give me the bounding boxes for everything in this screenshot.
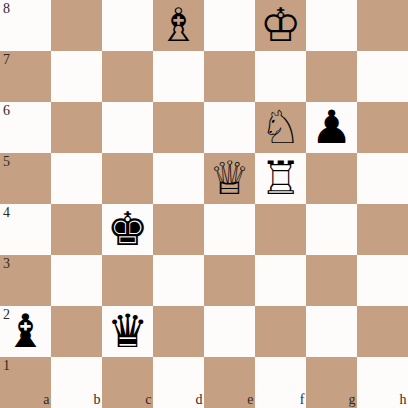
square-e1[interactable]: e xyxy=(204,357,255,408)
square-e6[interactable] xyxy=(204,102,255,153)
rank-label-1: 1 xyxy=(3,359,10,373)
rank-label-5: 5 xyxy=(3,155,10,169)
rank-label-8: 8 xyxy=(3,2,10,16)
square-e8[interactable] xyxy=(204,0,255,51)
square-d3[interactable] xyxy=(153,255,204,306)
square-d8[interactable]: ♗ xyxy=(153,0,204,51)
square-d2[interactable] xyxy=(153,306,204,357)
square-c6[interactable] xyxy=(102,102,153,153)
file-label-f: f xyxy=(257,393,305,407)
square-a8[interactable]: 8 xyxy=(0,0,51,51)
square-h7[interactable] xyxy=(357,51,408,102)
square-b2[interactable] xyxy=(51,306,102,357)
square-h1[interactable]: h xyxy=(357,357,408,408)
square-g7[interactable] xyxy=(306,51,357,102)
square-f2[interactable] xyxy=(255,306,306,357)
square-h4[interactable] xyxy=(357,204,408,255)
file-label-c: c xyxy=(104,393,152,407)
square-g4[interactable] xyxy=(306,204,357,255)
square-c8[interactable] xyxy=(102,0,153,51)
white-knight[interactable]: ♘ xyxy=(260,102,301,153)
rank-label-3: 3 xyxy=(3,257,10,271)
square-f3[interactable] xyxy=(255,255,306,306)
square-f5[interactable]: ♖ xyxy=(255,153,306,204)
black-king[interactable]: ♚ xyxy=(107,204,148,255)
square-c2[interactable]: ♛ xyxy=(102,306,153,357)
square-e4[interactable] xyxy=(204,204,255,255)
square-d6[interactable] xyxy=(153,102,204,153)
square-h5[interactable] xyxy=(357,153,408,204)
black-bishop[interactable]: ♝ xyxy=(5,306,46,357)
square-g1[interactable]: g xyxy=(306,357,357,408)
square-d5[interactable] xyxy=(153,153,204,204)
square-c4[interactable]: ♚ xyxy=(102,204,153,255)
white-bishop[interactable]: ♗ xyxy=(158,0,199,51)
square-b6[interactable] xyxy=(51,102,102,153)
square-b4[interactable] xyxy=(51,204,102,255)
white-rook[interactable]: ♖ xyxy=(260,153,301,204)
square-c3[interactable] xyxy=(102,255,153,306)
rank-label-4: 4 xyxy=(3,206,10,220)
square-d1[interactable]: d xyxy=(153,357,204,408)
black-queen[interactable]: ♛ xyxy=(107,306,148,357)
chess-board: 8♗♔76♘♟5♕♖4♚3♝2♛1abcdefgh xyxy=(0,0,408,408)
square-a3[interactable]: 3 xyxy=(0,255,51,306)
square-h6[interactable] xyxy=(357,102,408,153)
square-h2[interactable] xyxy=(357,306,408,357)
square-f6[interactable]: ♘ xyxy=(255,102,306,153)
square-b7[interactable] xyxy=(51,51,102,102)
square-g3[interactable] xyxy=(306,255,357,306)
square-f1[interactable]: f xyxy=(255,357,306,408)
rank-label-7: 7 xyxy=(3,53,10,67)
square-a2[interactable]: ♝2 xyxy=(0,306,51,357)
square-b3[interactable] xyxy=(51,255,102,306)
file-label-a: a xyxy=(2,393,50,407)
square-a5[interactable]: 5 xyxy=(0,153,51,204)
file-label-b: b xyxy=(53,393,101,407)
file-label-h: h xyxy=(359,393,407,407)
square-h3[interactable] xyxy=(357,255,408,306)
square-f8[interactable]: ♔ xyxy=(255,0,306,51)
black-pawn[interactable]: ♟ xyxy=(311,102,352,153)
square-e2[interactable] xyxy=(204,306,255,357)
rank-label-6: 6 xyxy=(3,104,10,118)
white-queen[interactable]: ♕ xyxy=(209,153,250,204)
square-g5[interactable] xyxy=(306,153,357,204)
square-f4[interactable] xyxy=(255,204,306,255)
square-a7[interactable]: 7 xyxy=(0,51,51,102)
square-b8[interactable] xyxy=(51,0,102,51)
white-king[interactable]: ♔ xyxy=(260,0,301,51)
square-c5[interactable] xyxy=(102,153,153,204)
square-d4[interactable] xyxy=(153,204,204,255)
square-h8[interactable] xyxy=(357,0,408,51)
file-label-e: e xyxy=(206,393,254,407)
square-e5[interactable]: ♕ xyxy=(204,153,255,204)
file-label-d: d xyxy=(155,393,203,407)
square-f7[interactable] xyxy=(255,51,306,102)
square-g2[interactable] xyxy=(306,306,357,357)
square-c1[interactable]: c xyxy=(102,357,153,408)
square-a1[interactable]: 1a xyxy=(0,357,51,408)
square-e7[interactable] xyxy=(204,51,255,102)
square-g6[interactable]: ♟ xyxy=(306,102,357,153)
square-b5[interactable] xyxy=(51,153,102,204)
file-label-g: g xyxy=(308,393,356,407)
square-a4[interactable]: 4 xyxy=(0,204,51,255)
square-c7[interactable] xyxy=(102,51,153,102)
square-a6[interactable]: 6 xyxy=(0,102,51,153)
square-g8[interactable] xyxy=(306,0,357,51)
square-d7[interactable] xyxy=(153,51,204,102)
square-b1[interactable]: b xyxy=(51,357,102,408)
square-e3[interactable] xyxy=(204,255,255,306)
